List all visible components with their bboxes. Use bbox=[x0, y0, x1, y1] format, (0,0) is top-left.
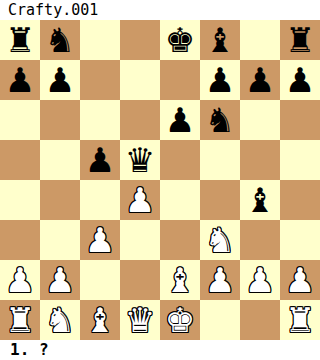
square-h8[interactable]: ♜ bbox=[280, 20, 320, 60]
black-knight-icon: ♞ bbox=[205, 100, 235, 140]
white-bishop-icon: ♝ bbox=[165, 260, 195, 300]
black-rook-icon: ♜ bbox=[285, 20, 315, 60]
square-g6[interactable] bbox=[240, 100, 280, 140]
square-f4[interactable] bbox=[200, 180, 240, 220]
square-a5[interactable] bbox=[0, 140, 40, 180]
black-pawn-icon: ♟ bbox=[165, 100, 195, 140]
square-b1[interactable]: ♞ bbox=[40, 300, 80, 340]
square-e2[interactable]: ♝ bbox=[160, 260, 200, 300]
square-h1[interactable]: ♜ bbox=[280, 300, 320, 340]
black-knight-icon: ♞ bbox=[45, 20, 75, 60]
square-f3[interactable]: ♞ bbox=[200, 220, 240, 260]
square-c6[interactable] bbox=[80, 100, 120, 140]
square-b7[interactable]: ♟ bbox=[40, 60, 80, 100]
black-pawn-icon: ♟ bbox=[85, 140, 115, 180]
white-pawn-icon: ♟ bbox=[285, 260, 315, 300]
square-a1[interactable]: ♜ bbox=[0, 300, 40, 340]
square-g7[interactable]: ♟ bbox=[240, 60, 280, 100]
square-a3[interactable] bbox=[0, 220, 40, 260]
square-d3[interactable] bbox=[120, 220, 160, 260]
square-d6[interactable] bbox=[120, 100, 160, 140]
square-f5[interactable] bbox=[200, 140, 240, 180]
square-d7[interactable] bbox=[120, 60, 160, 100]
square-a6[interactable] bbox=[0, 100, 40, 140]
square-c5[interactable]: ♟ bbox=[80, 140, 120, 180]
window-title: Crafty.001 bbox=[0, 0, 320, 20]
square-d5[interactable]: ♛ bbox=[120, 140, 160, 180]
square-h5[interactable] bbox=[280, 140, 320, 180]
black-pawn-icon: ♟ bbox=[45, 60, 75, 100]
square-h4[interactable] bbox=[280, 180, 320, 220]
square-a2[interactable]: ♟ bbox=[0, 260, 40, 300]
square-h6[interactable] bbox=[280, 100, 320, 140]
square-g4[interactable]: ♝ bbox=[240, 180, 280, 220]
square-g5[interactable] bbox=[240, 140, 280, 180]
square-e4[interactable] bbox=[160, 180, 200, 220]
square-h2[interactable]: ♟ bbox=[280, 260, 320, 300]
square-g2[interactable]: ♟ bbox=[240, 260, 280, 300]
square-e8[interactable]: ♚ bbox=[160, 20, 200, 60]
square-f2[interactable]: ♟ bbox=[200, 260, 240, 300]
square-e6[interactable]: ♟ bbox=[160, 100, 200, 140]
square-h7[interactable]: ♟ bbox=[280, 60, 320, 100]
white-queen-icon: ♛ bbox=[125, 300, 155, 340]
square-b4[interactable] bbox=[40, 180, 80, 220]
chess-board: ♜♞♚♝♜♟♟♟♟♟♟♞♟♛♟♝♟♞♟♟♝♟♟♟♜♞♝♛♚♜ bbox=[0, 20, 320, 340]
square-d8[interactable] bbox=[120, 20, 160, 60]
square-d1[interactable]: ♛ bbox=[120, 300, 160, 340]
white-rook-icon: ♜ bbox=[5, 300, 35, 340]
square-c1[interactable]: ♝ bbox=[80, 300, 120, 340]
square-f8[interactable]: ♝ bbox=[200, 20, 240, 60]
black-bishop-icon: ♝ bbox=[205, 20, 235, 60]
square-e7[interactable] bbox=[160, 60, 200, 100]
square-e3[interactable] bbox=[160, 220, 200, 260]
crafty-window: Crafty.001 ♜♞♚♝♜♟♟♟♟♟♟♞♟♛♟♝♟♞♟♟♝♟♟♟♜♞♝♛♚… bbox=[0, 0, 320, 360]
square-a4[interactable] bbox=[0, 180, 40, 220]
move-prompt: 1. ? bbox=[0, 340, 320, 360]
white-king-icon: ♚ bbox=[165, 300, 195, 340]
square-b8[interactable]: ♞ bbox=[40, 20, 80, 60]
black-queen-icon: ♛ bbox=[125, 140, 155, 180]
black-pawn-icon: ♟ bbox=[245, 60, 275, 100]
square-b6[interactable] bbox=[40, 100, 80, 140]
square-g8[interactable] bbox=[240, 20, 280, 60]
white-pawn-icon: ♟ bbox=[245, 260, 275, 300]
black-rook-icon: ♜ bbox=[5, 20, 35, 60]
square-d4[interactable]: ♟ bbox=[120, 180, 160, 220]
square-e1[interactable]: ♚ bbox=[160, 300, 200, 340]
square-c3[interactable]: ♟ bbox=[80, 220, 120, 260]
white-pawn-icon: ♟ bbox=[125, 180, 155, 220]
square-a7[interactable]: ♟ bbox=[0, 60, 40, 100]
black-pawn-icon: ♟ bbox=[285, 60, 315, 100]
square-a8[interactable]: ♜ bbox=[0, 20, 40, 60]
square-h3[interactable] bbox=[280, 220, 320, 260]
square-f6[interactable]: ♞ bbox=[200, 100, 240, 140]
square-g3[interactable] bbox=[240, 220, 280, 260]
square-b3[interactable] bbox=[40, 220, 80, 260]
white-pawn-icon: ♟ bbox=[85, 220, 115, 260]
square-c4[interactable] bbox=[80, 180, 120, 220]
white-rook-icon: ♜ bbox=[285, 300, 315, 340]
square-c7[interactable] bbox=[80, 60, 120, 100]
white-pawn-icon: ♟ bbox=[45, 260, 75, 300]
white-pawn-icon: ♟ bbox=[5, 260, 35, 300]
square-b5[interactable] bbox=[40, 140, 80, 180]
square-e5[interactable] bbox=[160, 140, 200, 180]
black-pawn-icon: ♟ bbox=[205, 60, 235, 100]
square-c2[interactable] bbox=[80, 260, 120, 300]
square-g1[interactable] bbox=[240, 300, 280, 340]
square-d2[interactable] bbox=[120, 260, 160, 300]
white-bishop-icon: ♝ bbox=[85, 300, 115, 340]
square-b2[interactable]: ♟ bbox=[40, 260, 80, 300]
white-knight-icon: ♞ bbox=[205, 220, 235, 260]
white-knight-icon: ♞ bbox=[45, 300, 75, 340]
square-f7[interactable]: ♟ bbox=[200, 60, 240, 100]
white-pawn-icon: ♟ bbox=[205, 260, 235, 300]
black-bishop-icon: ♝ bbox=[245, 180, 275, 220]
square-c8[interactable] bbox=[80, 20, 120, 60]
black-pawn-icon: ♟ bbox=[5, 60, 35, 100]
black-king-icon: ♚ bbox=[165, 20, 195, 60]
square-f1[interactable] bbox=[200, 300, 240, 340]
